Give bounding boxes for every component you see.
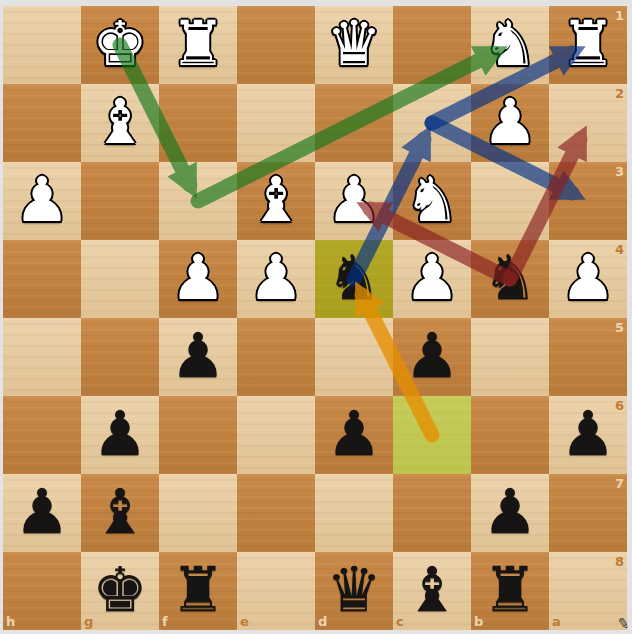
file-label-a: a bbox=[552, 615, 561, 628]
square-g5[interactable] bbox=[81, 318, 159, 396]
piece-white-n-c3[interactable]: ♞ bbox=[393, 162, 471, 240]
square-b5[interactable] bbox=[471, 318, 549, 396]
wood-grain-texture bbox=[81, 318, 159, 396]
square-c2[interactable] bbox=[393, 84, 471, 162]
piece-white-r-f1[interactable]: ♜ bbox=[159, 6, 237, 84]
piece-black-r-b8[interactable]: ♜ bbox=[471, 552, 549, 630]
piece-white-k-g1[interactable]: ♚ bbox=[81, 6, 159, 84]
square-e5[interactable] bbox=[237, 318, 315, 396]
square-e7[interactable] bbox=[237, 474, 315, 552]
wood-grain-texture bbox=[393, 396, 471, 474]
wood-grain-texture bbox=[471, 318, 549, 396]
piece-white-q-d1[interactable]: ♛ bbox=[315, 6, 393, 84]
piece-white-p-h3[interactable]: ♟ bbox=[3, 162, 81, 240]
square-d5[interactable] bbox=[315, 318, 393, 396]
piece-black-n-d4[interactable]: ♞ bbox=[315, 240, 393, 318]
rank-label-8: 8 bbox=[615, 555, 624, 568]
piece-white-n-b1[interactable]: ♞ bbox=[471, 6, 549, 84]
wood-grain-texture bbox=[393, 474, 471, 552]
square-a3[interactable]: 3 bbox=[549, 162, 627, 240]
piece-black-r-f8[interactable]: ♜ bbox=[159, 552, 237, 630]
square-d7[interactable] bbox=[315, 474, 393, 552]
square-f7[interactable] bbox=[159, 474, 237, 552]
wood-grain-texture bbox=[159, 84, 237, 162]
piece-black-p-g6[interactable]: ♟ bbox=[81, 396, 159, 474]
piece-white-p-f4[interactable]: ♟ bbox=[159, 240, 237, 318]
square-f3[interactable] bbox=[159, 162, 237, 240]
square-b3[interactable] bbox=[471, 162, 549, 240]
piece-black-b-g7[interactable]: ♝ bbox=[81, 474, 159, 552]
square-d2[interactable] bbox=[315, 84, 393, 162]
square-c7[interactable] bbox=[393, 474, 471, 552]
square-f6[interactable] bbox=[159, 396, 237, 474]
wood-grain-texture bbox=[3, 6, 81, 84]
square-h2[interactable] bbox=[3, 84, 81, 162]
wood-grain-texture bbox=[471, 396, 549, 474]
piece-white-b-g2[interactable]: ♝ bbox=[81, 84, 159, 162]
piece-white-r-a1[interactable]: ♜ bbox=[549, 6, 627, 84]
page: 1234567hgfedcb8a♚♜♛♞♜♝♟♟♝♟♞♟♟♟♟♞♞♟♟♟♟♟♟♝… bbox=[0, 0, 632, 634]
square-g3[interactable] bbox=[81, 162, 159, 240]
chess-board[interactable]: 1234567hgfedcb8a♚♜♛♞♜♝♟♟♝♟♞♟♟♟♟♞♞♟♟♟♟♟♟♝… bbox=[3, 6, 627, 630]
square-e1[interactable] bbox=[237, 6, 315, 84]
square-b6[interactable] bbox=[471, 396, 549, 474]
wood-grain-texture bbox=[81, 240, 159, 318]
piece-black-p-b7[interactable]: ♟ bbox=[471, 474, 549, 552]
wood-grain-texture bbox=[315, 318, 393, 396]
square-f2[interactable] bbox=[159, 84, 237, 162]
square-e2[interactable] bbox=[237, 84, 315, 162]
wood-grain-texture bbox=[159, 396, 237, 474]
square-h1[interactable] bbox=[3, 6, 81, 84]
wood-grain-texture bbox=[393, 84, 471, 162]
wood-grain-texture bbox=[3, 240, 81, 318]
wood-grain-texture bbox=[159, 162, 237, 240]
wood-grain-texture bbox=[315, 474, 393, 552]
wood-grain-texture bbox=[471, 162, 549, 240]
piece-black-k-g8[interactable]: ♚ bbox=[81, 552, 159, 630]
piece-white-p-a4[interactable]: ♟ bbox=[549, 240, 627, 318]
wood-grain-texture bbox=[81, 162, 159, 240]
square-a5[interactable]: 5 bbox=[549, 318, 627, 396]
square-h8[interactable]: h bbox=[3, 552, 81, 630]
wood-grain-texture bbox=[159, 474, 237, 552]
piece-black-p-d6[interactable]: ♟ bbox=[315, 396, 393, 474]
wood-grain-texture bbox=[237, 396, 315, 474]
piece-black-p-a6[interactable]: ♟ bbox=[549, 396, 627, 474]
file-label-h: h bbox=[6, 615, 15, 628]
wood-grain-texture bbox=[237, 318, 315, 396]
wood-grain-texture bbox=[393, 6, 471, 84]
piece-black-b-c8[interactable]: ♝ bbox=[393, 552, 471, 630]
square-h6[interactable] bbox=[3, 396, 81, 474]
wood-grain-texture bbox=[3, 318, 81, 396]
file-label-e: e bbox=[240, 615, 249, 628]
piece-white-p-e4[interactable]: ♟ bbox=[237, 240, 315, 318]
rank-label-3: 3 bbox=[615, 165, 624, 178]
edit-board-pencil-icon[interactable]: ✎ bbox=[616, 616, 631, 633]
wood-grain-texture bbox=[3, 84, 81, 162]
wood-grain-texture bbox=[237, 6, 315, 84]
square-h4[interactable] bbox=[3, 240, 81, 318]
square-a2[interactable]: 2 bbox=[549, 84, 627, 162]
rank-label-2: 2 bbox=[615, 87, 624, 100]
piece-black-q-d8[interactable]: ♛ bbox=[315, 552, 393, 630]
wood-grain-texture bbox=[3, 396, 81, 474]
piece-white-p-c4[interactable]: ♟ bbox=[393, 240, 471, 318]
square-e6[interactable] bbox=[237, 396, 315, 474]
rank-label-7: 7 bbox=[615, 477, 624, 490]
wood-grain-texture bbox=[237, 474, 315, 552]
square-a7[interactable]: 7 bbox=[549, 474, 627, 552]
piece-white-p-d3[interactable]: ♟ bbox=[315, 162, 393, 240]
piece-black-p-h7[interactable]: ♟ bbox=[3, 474, 81, 552]
rank-label-5: 5 bbox=[615, 321, 624, 334]
wood-grain-texture bbox=[315, 84, 393, 162]
square-h5[interactable] bbox=[3, 318, 81, 396]
piece-white-p-b2[interactable]: ♟ bbox=[471, 84, 549, 162]
square-a8[interactable]: 8a bbox=[549, 552, 627, 630]
wood-grain-texture bbox=[237, 84, 315, 162]
piece-white-b-e3[interactable]: ♝ bbox=[237, 162, 315, 240]
square-e8[interactable]: e bbox=[237, 552, 315, 630]
square-g4[interactable] bbox=[81, 240, 159, 318]
piece-black-n-b4[interactable]: ♞ bbox=[471, 240, 549, 318]
piece-black-p-c5[interactable]: ♟ bbox=[393, 318, 471, 396]
square-c6[interactable] bbox=[393, 396, 471, 474]
piece-black-p-f5[interactable]: ♟ bbox=[159, 318, 237, 396]
square-c1[interactable] bbox=[393, 6, 471, 84]
